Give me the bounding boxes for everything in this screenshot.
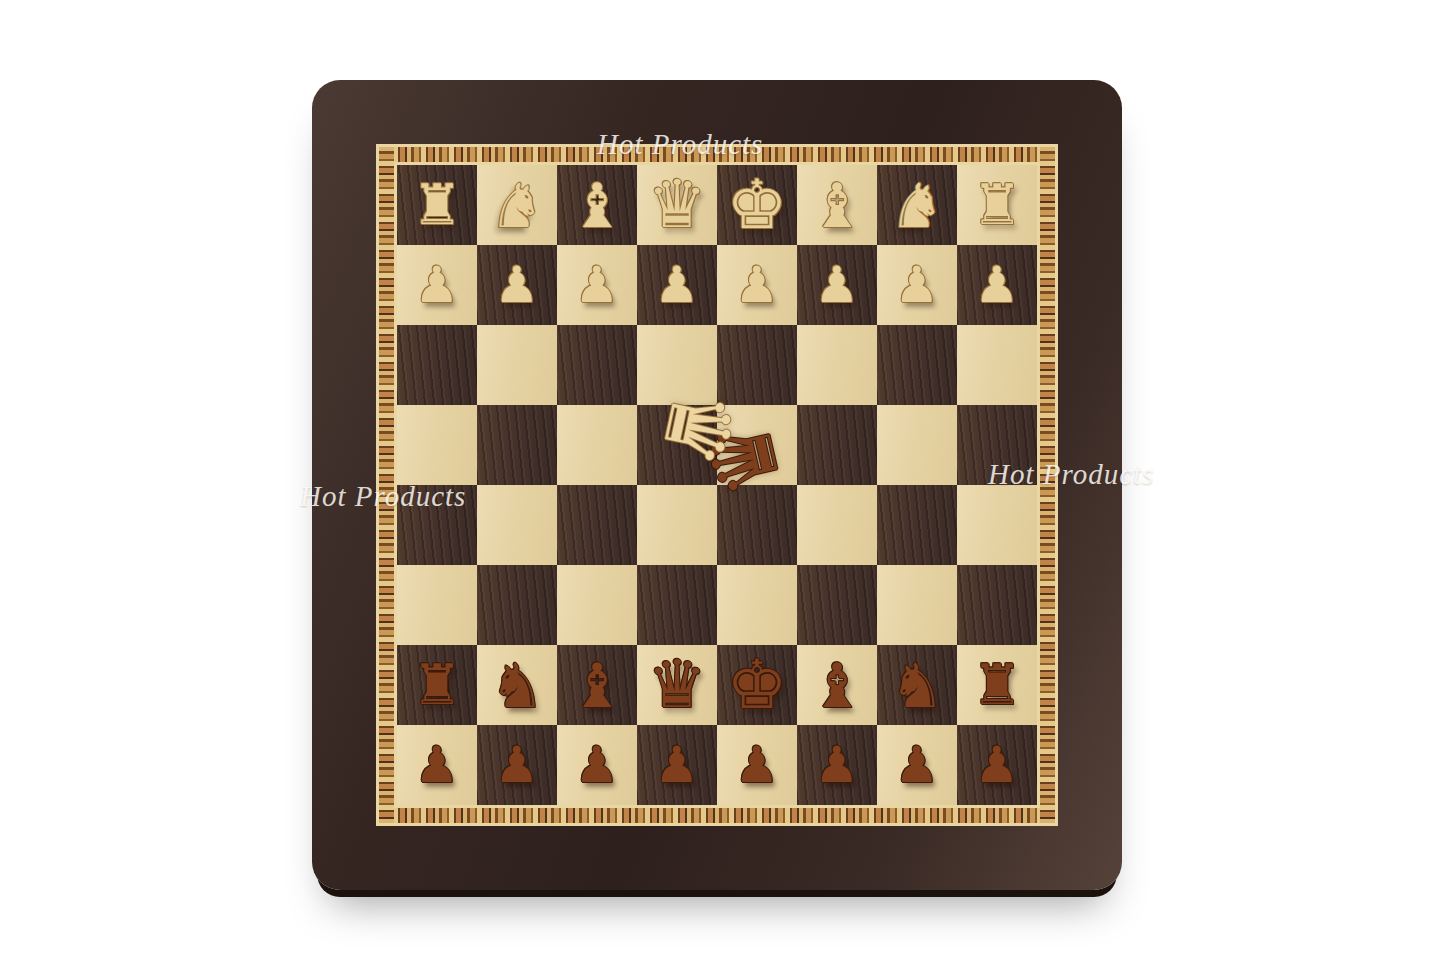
board-square[interactable] — [477, 325, 557, 405]
board-square[interactable]: ♞ — [877, 165, 957, 245]
inner-maple-inlay-line: ♛ ♛ ♜♞♝♛♚♝♞♜♟♟♟♟♟♟♟♟♜♞♝♛♚♝♞♜♟♟♟♟♟♟♟♟ — [394, 162, 1040, 808]
light-pawn[interactable]: ♟ — [637, 245, 717, 325]
light-knight[interactable]: ♞ — [877, 165, 957, 245]
board-square[interactable]: ♜ — [397, 645, 477, 725]
dark-bishop[interactable]: ♝ — [557, 645, 637, 725]
light-king[interactable]: ♚ — [717, 165, 797, 245]
stripe-inlay-left — [379, 147, 394, 823]
board-square[interactable] — [877, 485, 957, 565]
board-square[interactable] — [477, 485, 557, 565]
outer-maple-inlay-line: ♛ ♛ ♜♞♝♛♚♝♞♜♟♟♟♟♟♟♟♟♜♞♝♛♚♝♞♜♟♟♟♟♟♟♟♟ — [376, 144, 1058, 826]
board-square[interactable] — [637, 565, 717, 645]
board-square[interactable]: ♟ — [717, 245, 797, 325]
board-square[interactable]: ♜ — [957, 645, 1037, 725]
board-square[interactable] — [477, 405, 557, 485]
dark-pawn[interactable]: ♟ — [637, 725, 717, 805]
dark-knight[interactable]: ♞ — [877, 645, 957, 725]
board-square[interactable] — [877, 405, 957, 485]
board-square[interactable]: ♟ — [397, 245, 477, 325]
light-pawn[interactable]: ♟ — [477, 245, 557, 325]
board-square[interactable]: ♟ — [797, 245, 877, 325]
board-square[interactable]: ♟ — [477, 725, 557, 805]
board-square[interactable] — [397, 565, 477, 645]
board-square[interactable]: ♟ — [877, 245, 957, 325]
board-square[interactable]: ♞ — [477, 645, 557, 725]
dark-rook[interactable]: ♜ — [397, 645, 477, 725]
board-square[interactable] — [397, 325, 477, 405]
light-bishop[interactable]: ♝ — [557, 165, 637, 245]
dark-rook[interactable]: ♜ — [957, 645, 1037, 725]
board-square[interactable] — [957, 485, 1037, 565]
light-pawn[interactable]: ♟ — [717, 245, 797, 325]
light-rook[interactable]: ♜ — [397, 165, 477, 245]
board-square[interactable]: ♟ — [797, 725, 877, 805]
light-rook[interactable]: ♜ — [957, 165, 1037, 245]
light-pawn[interactable]: ♟ — [397, 245, 477, 325]
dark-pawn[interactable]: ♟ — [397, 725, 477, 805]
light-queen[interactable]: ♛ — [637, 165, 717, 245]
board-square[interactable]: ♝ — [797, 645, 877, 725]
dark-queen[interactable]: ♛ — [637, 645, 717, 725]
board-square[interactable]: ♞ — [477, 165, 557, 245]
light-pawn[interactable]: ♟ — [877, 245, 957, 325]
board-square[interactable] — [957, 325, 1037, 405]
dark-knight[interactable]: ♞ — [477, 645, 557, 725]
stripe-inlay-top — [379, 147, 1055, 162]
light-pawn[interactable]: ♟ — [557, 245, 637, 325]
board-square[interactable] — [877, 325, 957, 405]
board-square[interactable]: ♟ — [477, 245, 557, 325]
stripe-inlay-right — [1040, 147, 1055, 823]
board-square[interactable]: ♛ — [637, 165, 717, 245]
board-square[interactable] — [957, 405, 1037, 485]
stripe-inlay-bottom — [379, 808, 1055, 823]
board-square[interactable]: ♟ — [957, 725, 1037, 805]
dark-pawn[interactable]: ♟ — [957, 725, 1037, 805]
dark-pawn[interactable]: ♟ — [717, 725, 797, 805]
board-square[interactable] — [797, 565, 877, 645]
board-square[interactable] — [397, 485, 477, 565]
board-square[interactable]: ♟ — [637, 245, 717, 325]
board-square[interactable]: ♟ — [557, 245, 637, 325]
board-square[interactable]: ♚ — [717, 165, 797, 245]
board-square[interactable]: ♜ — [397, 165, 477, 245]
product-photo-board: ♛ ♛ ♜♞♝♛♚♝♞♜♟♟♟♟♟♟♟♟♜♞♝♛♚♝♞♜♟♟♟♟♟♟♟♟ — [312, 80, 1122, 890]
board-square[interactable]: ♝ — [557, 645, 637, 725]
marquetry-stripe-border: ♛ ♛ ♜♞♝♛♚♝♞♜♟♟♟♟♟♟♟♟♜♞♝♛♚♝♞♜♟♟♟♟♟♟♟♟ — [379, 147, 1055, 823]
board-square[interactable]: ♟ — [877, 725, 957, 805]
board-square[interactable] — [477, 565, 557, 645]
board-square[interactable]: ♞ — [877, 645, 957, 725]
board-field: ♛ ♛ ♜♞♝♛♚♝♞♜♟♟♟♟♟♟♟♟♜♞♝♛♚♝♞♜♟♟♟♟♟♟♟♟ — [397, 165, 1037, 805]
board-square[interactable]: ♝ — [557, 165, 637, 245]
light-bishop[interactable]: ♝ — [797, 165, 877, 245]
board-square[interactable] — [397, 405, 477, 485]
board-square[interactable] — [557, 565, 637, 645]
fallen-light-queen[interactable]: ♛ — [597, 327, 799, 529]
board-square[interactable]: ♟ — [397, 725, 477, 805]
dark-bishop[interactable]: ♝ — [797, 645, 877, 725]
light-pawn[interactable]: ♟ — [797, 245, 877, 325]
board-square[interactable] — [717, 565, 797, 645]
dark-king[interactable]: ♚ — [717, 645, 797, 725]
board-square[interactable]: ♟ — [637, 725, 717, 805]
board-square[interactable] — [877, 565, 957, 645]
board-square[interactable] — [957, 565, 1037, 645]
board-square[interactable]: ♟ — [957, 245, 1037, 325]
board-square[interactable]: ♝ — [797, 165, 877, 245]
dark-pawn[interactable]: ♟ — [557, 725, 637, 805]
light-knight[interactable]: ♞ — [477, 165, 557, 245]
board-square[interactable]: ♜ — [957, 165, 1037, 245]
light-pawn[interactable]: ♟ — [957, 245, 1037, 325]
board-square[interactable]: ♛ — [637, 645, 717, 725]
dark-pawn[interactable]: ♟ — [877, 725, 957, 805]
board-square[interactable]: ♟ — [717, 725, 797, 805]
board-square[interactable]: ♟ — [557, 725, 637, 805]
board-square[interactable]: ♚ — [717, 645, 797, 725]
dark-pawn[interactable]: ♟ — [477, 725, 557, 805]
dark-pawn[interactable]: ♟ — [797, 725, 877, 805]
